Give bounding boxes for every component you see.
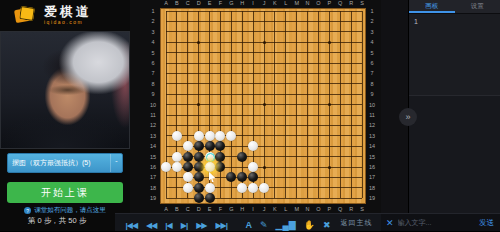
go-stone-black-C16[interactable] <box>183 162 193 172</box>
board-coordinate: R <box>349 206 353 212</box>
go-stone-black-E14[interactable] <box>205 141 215 151</box>
go-stone-white-F13[interactable] <box>215 131 225 141</box>
go-stone-black-F16[interactable] <box>215 162 225 172</box>
fullscreen-icon[interactable]: ✕ <box>386 218 394 228</box>
sidebar-tabs: 画板设置 <box>409 0 500 14</box>
go-stone-black-H15[interactable] <box>237 152 247 162</box>
sidebar-lower-panel <box>409 95 500 213</box>
grid-line <box>340 11 341 198</box>
board-coordinate: 11 <box>150 112 156 118</box>
board-coordinate: 14 <box>369 143 375 149</box>
go-stone-black-E19[interactable] <box>205 193 215 203</box>
board-coordinate: 6 <box>370 60 373 66</box>
step-back-button[interactable]: |◀ <box>165 221 171 230</box>
board-coordinate: 17 <box>369 174 375 180</box>
chat-input[interactable] <box>398 219 475 226</box>
go-stone-black-I17[interactable] <box>248 172 258 182</box>
board-coordinate: P <box>328 0 332 6</box>
board-coordinate: R <box>349 0 353 6</box>
left-panel: 爱棋道 iqidao.com 摆图（双方最强抵抗）(5) ˇ 开始上课 ? 课堂… <box>0 0 130 231</box>
board-coordinate: 2 <box>151 18 154 24</box>
go-stone-black-D16[interactable] <box>194 162 204 172</box>
go-stone-black-D19[interactable] <box>194 193 204 203</box>
board-coordinate: I <box>252 206 254 212</box>
go-stone-black-F14[interactable] <box>215 141 225 151</box>
star-point <box>328 41 331 44</box>
send-button[interactable]: 发送 <box>479 218 494 228</box>
go-stone-black-D14[interactable] <box>194 141 204 151</box>
go-stone-white-C17[interactable] <box>183 172 193 182</box>
board-coordinate: 5 <box>151 50 154 56</box>
collapse-panel-button[interactable]: » <box>399 108 417 126</box>
board-coordinate: B <box>175 0 179 6</box>
board-coordinate: 19 <box>369 195 375 201</box>
board-coordinate: D <box>197 0 201 6</box>
media-controls: |◀◀◀◀|◀▶|▶▶▶▶| <box>121 214 232 232</box>
grid-line <box>318 11 319 198</box>
board-coordinate: M <box>294 0 299 6</box>
board-coordinate: J <box>263 0 266 6</box>
help-icon: ? <box>24 207 31 214</box>
goban[interactable]: AABBCCDDEEFFGGHHIIJJKKLLMMNNOOPPQQRRSS11… <box>160 8 366 204</box>
grid-line <box>166 115 362 116</box>
clear-tool-button[interactable]: ✖ <box>323 220 331 230</box>
board-coordinate: 3 <box>151 29 154 35</box>
board-coordinate: 3 <box>370 29 373 35</box>
go-stone-white-J18[interactable] <box>259 183 269 193</box>
go-stone-black-F15[interactable] <box>215 152 225 162</box>
board-coordinate: H <box>240 206 244 212</box>
chart-tool-button[interactable]: ▁▄▇ <box>276 220 296 230</box>
skip-to-start-button[interactable]: |◀◀ <box>126 221 138 230</box>
board-coordinate: K <box>273 0 277 6</box>
board-coordinate: 15 <box>369 154 375 160</box>
board-coordinate: 4 <box>370 39 373 45</box>
go-stone-white-B13[interactable] <box>172 131 182 141</box>
board-coordinate: 13 <box>150 133 156 139</box>
board-coordinate: 16 <box>150 164 156 170</box>
hand-tool-button[interactable]: ✋ <box>304 220 315 230</box>
board-coordinate: 9 <box>151 91 154 97</box>
star-point <box>263 166 266 169</box>
board-coordinate: G <box>229 206 233 212</box>
lesson-select-value: 摆图（双方最强抵抗）(5) <box>12 158 91 168</box>
board-coordinate: 17 <box>150 174 156 180</box>
go-stone-black-H17[interactable] <box>237 172 247 182</box>
page-list: 1 <box>409 14 500 29</box>
go-stone-white-C14[interactable] <box>183 141 193 151</box>
skip-to-end-button[interactable]: ▶▶| <box>215 221 227 230</box>
grid-line <box>351 11 352 198</box>
sidebar-panel: 画板设置 1 <box>408 0 500 213</box>
fast-rewind-button[interactable]: ◀◀ <box>146 221 156 230</box>
board-coordinate: N <box>306 0 310 6</box>
go-stone-white-I14[interactable] <box>248 141 258 151</box>
webcam-video <box>0 31 130 149</box>
go-stone-black-C15[interactable] <box>183 152 193 162</box>
board-coordinate: 15 <box>150 154 156 160</box>
board-coordinate: 5 <box>370 50 373 56</box>
board-coordinate: A <box>164 0 168 6</box>
board-coordinate: 10 <box>369 102 375 108</box>
sidebar-tab-2[interactable]: 设置 <box>455 0 500 13</box>
board-coordinate: M <box>294 206 299 212</box>
brand-logo: 爱棋道 iqidao.com <box>0 0 130 30</box>
star-point <box>197 41 200 44</box>
grid-line <box>296 11 297 198</box>
board-coordinate: E <box>208 0 212 6</box>
go-stone-white-D13[interactable] <box>194 131 204 141</box>
board-coordinate: 6 <box>151 60 154 66</box>
star-point <box>263 103 266 106</box>
grid-line <box>285 11 286 198</box>
board-coordinate: G <box>229 0 233 6</box>
go-stone-black-G17[interactable] <box>226 172 236 182</box>
step-counter: 第 0 步，共 50 步 <box>0 216 114 226</box>
board-area: AABBCCDDEEFFGGHHIIJJKKLLMMNNOOPPQQRRSS11… <box>130 0 381 213</box>
board-coordinate: S <box>360 0 364 6</box>
go-stone-white-B16[interactable] <box>172 162 182 172</box>
board-coordinate: F <box>219 206 222 212</box>
board-coordinate: 10 <box>150 102 156 108</box>
sidebar-rail <box>381 0 408 213</box>
grid-line <box>166 125 362 126</box>
go-stone-white-E13[interactable] <box>205 131 215 141</box>
grid-line <box>307 11 308 198</box>
board-coordinate: 7 <box>370 70 373 76</box>
annotation-tools: A✎▁▄▇✋✖ <box>242 214 335 232</box>
board-coordinate: 18 <box>369 185 375 191</box>
go-stone-white-E15[interactable] <box>205 152 215 162</box>
board-coordinate: S <box>360 206 364 212</box>
board-coordinate: 7 <box>151 70 154 76</box>
board-coordinate: 1 <box>370 8 373 14</box>
brand-name: 爱棋道 <box>44 5 92 18</box>
step-forward-button[interactable]: ▶| <box>181 221 187 230</box>
star-point <box>328 103 331 106</box>
board-coordinate: 16 <box>369 164 375 170</box>
board-coordinate: 13 <box>369 133 375 139</box>
board-coordinate: 9 <box>370 91 373 97</box>
board-coordinate: O <box>316 0 320 6</box>
board-coordinate: D <box>197 206 201 212</box>
board-coordinate: L <box>284 206 287 212</box>
go-stone-black-D17[interactable] <box>194 172 204 182</box>
go-stone-white-B15[interactable] <box>172 152 182 162</box>
board-coordinate: Q <box>338 0 342 6</box>
sidebar-tab-1[interactable]: 画板 <box>409 0 455 13</box>
text-tool-button[interactable]: A <box>246 220 253 230</box>
page-list-item[interactable]: 1 <box>414 18 495 25</box>
board-coordinate: P <box>328 206 332 212</box>
go-stone-white-H18[interactable] <box>237 183 247 193</box>
brand-url: iqidao.com <box>44 20 92 25</box>
board-coordinate: O <box>316 206 320 212</box>
board-coordinate: 8 <box>151 81 154 87</box>
lesson-select[interactable]: 摆图（双方最强抵抗）(5) ˇ <box>7 153 123 173</box>
chevron-down-icon[interactable]: ˇ <box>110 154 122 172</box>
grid-line <box>362 11 363 198</box>
board-coordinate: H <box>240 0 244 6</box>
help-link-text: 课堂如有问题，请点这里 <box>34 206 106 215</box>
go-stone-white-I16[interactable] <box>248 162 258 172</box>
chat-bar: ✕ 发送 <box>381 213 500 231</box>
playback-toolbar: |◀◀◀◀|◀▶|▶▶▶▶| A✎▁▄▇✋✖ 返回主线 <box>115 213 381 231</box>
app-window: 爱棋道 iqidao.com 摆图（双方最强抵抗）(5) ˇ 开始上课 ? 课堂… <box>0 0 500 231</box>
help-link[interactable]: ? 课堂如有问题，请点这里 <box>0 206 130 215</box>
board-coordinate: 11 <box>369 112 375 118</box>
board-coordinate: 8 <box>370 81 373 87</box>
back-to-mainline-button[interactable]: 返回主线 <box>341 218 373 228</box>
star-point <box>328 166 331 169</box>
board-coordinate: F <box>219 0 222 6</box>
board-coordinate: K <box>273 206 277 212</box>
star-point <box>197 103 200 106</box>
board-coordinate: L <box>284 0 287 6</box>
board-coordinate: N <box>306 206 310 212</box>
right-sidebar: 画板设置 1 » <box>381 0 500 213</box>
logo-icon <box>15 6 37 25</box>
board-coordinate: I <box>252 0 254 6</box>
go-stone-white-E18[interactable] <box>205 183 215 193</box>
fast-forward-button[interactable]: ▶▶ <box>196 221 206 230</box>
board-coordinate: C <box>186 206 190 212</box>
board-coordinate: J <box>263 206 266 212</box>
board-coordinate: A <box>164 206 168 212</box>
board-coordinate: E <box>208 206 212 212</box>
board-coordinate: 18 <box>150 185 156 191</box>
go-stone-white-E16[interactable] <box>205 162 215 172</box>
board-coordinate: 2 <box>370 18 373 24</box>
board-coordinate: 1 <box>151 8 154 14</box>
board-coordinate: C <box>186 0 190 6</box>
go-stone-black-D15[interactable] <box>194 152 204 162</box>
go-stone-black-D18[interactable] <box>194 183 204 193</box>
go-stone-white-C18[interactable] <box>183 183 193 193</box>
draw-tool-button[interactable]: ✎ <box>260 220 268 230</box>
board-coordinate: 19 <box>150 195 156 201</box>
go-stone-white-G13[interactable] <box>226 131 236 141</box>
board-coordinate: Q <box>338 206 342 212</box>
go-stone-white-I18[interactable] <box>248 183 258 193</box>
board-coordinate: 14 <box>150 143 156 149</box>
board-coordinate: 12 <box>150 122 156 128</box>
grid-line <box>274 11 275 198</box>
start-class-button[interactable]: 开始上课 <box>7 182 123 203</box>
board-coordinate: B <box>175 206 179 212</box>
go-stone-white-A16[interactable] <box>161 162 171 172</box>
board-coordinate: 4 <box>151 39 154 45</box>
board-coordinate: 12 <box>369 122 375 128</box>
star-point <box>263 41 266 44</box>
